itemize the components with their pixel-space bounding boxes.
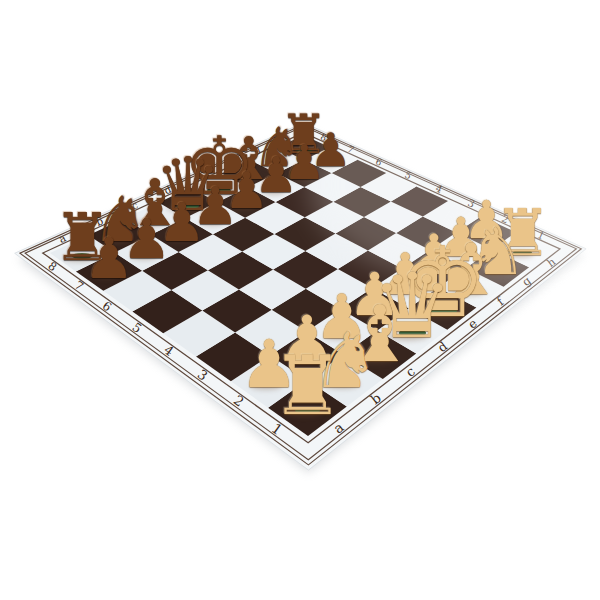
chessboard-photo: aabbccddeeffgghh1122334455667788 ♜♟♞♟♝♟♚… <box>0 0 600 600</box>
white-rook-icon: ♜ <box>271 346 344 428</box>
vinyl-chessboard: aabbccddeeffgghh1122334455667788 <box>0 0 600 600</box>
black-pawn-icon: ♟ <box>84 230 135 287</box>
